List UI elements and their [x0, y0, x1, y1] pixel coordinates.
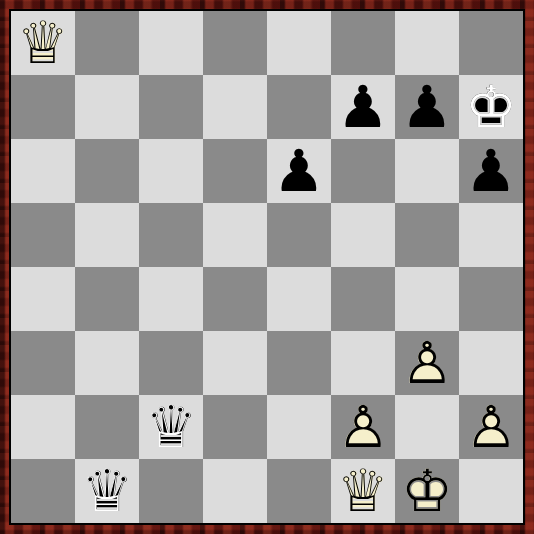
- square-d5[interactable]: [203, 203, 267, 267]
- white-pawn-outline-icon: ♙: [395, 331, 459, 395]
- square-b3[interactable]: [75, 331, 139, 395]
- square-g2[interactable]: [395, 395, 459, 459]
- square-d3[interactable]: [203, 331, 267, 395]
- black-queen-outline-icon: ♕: [75, 459, 139, 523]
- square-g4[interactable]: [395, 267, 459, 331]
- square-h1[interactable]: [459, 459, 523, 523]
- white-queen-outline-icon: ♕: [11, 11, 75, 75]
- white-pawn-f2[interactable]: ♟♙: [331, 395, 395, 459]
- square-c5[interactable]: [139, 203, 203, 267]
- black-pawn-icon: ♟: [459, 139, 523, 203]
- black-queen-c2[interactable]: ♛♕: [139, 395, 203, 459]
- square-d7[interactable]: [203, 75, 267, 139]
- square-g1[interactable]: ♚♔: [395, 459, 459, 523]
- square-h7[interactable]: ♚♔: [459, 75, 523, 139]
- square-d1[interactable]: [203, 459, 267, 523]
- square-h2[interactable]: ♟♙: [459, 395, 523, 459]
- square-g7[interactable]: ♟: [395, 75, 459, 139]
- square-a2[interactable]: [11, 395, 75, 459]
- square-h3[interactable]: [459, 331, 523, 395]
- black-king-outline-icon: ♔: [459, 75, 523, 139]
- board-frame: ♛♕♟♟♚♔♟♟♟♙♛♕♟♙♟♙♛♕♛♕♚♔: [0, 0, 534, 534]
- black-pawn-icon: ♟: [267, 139, 331, 203]
- square-f6[interactable]: [331, 139, 395, 203]
- square-f1[interactable]: ♛♕: [331, 459, 395, 523]
- white-pawn-outline-icon: ♙: [459, 395, 523, 459]
- square-e1[interactable]: [267, 459, 331, 523]
- square-a5[interactable]: [11, 203, 75, 267]
- square-d2[interactable]: [203, 395, 267, 459]
- square-e6[interactable]: ♟: [267, 139, 331, 203]
- square-c2[interactable]: ♛♕: [139, 395, 203, 459]
- black-pawn-icon: ♟: [331, 75, 395, 139]
- white-pawn-outline-icon: ♙: [331, 395, 395, 459]
- black-pawn-g7[interactable]: ♟: [395, 75, 459, 139]
- square-b4[interactable]: [75, 267, 139, 331]
- square-f5[interactable]: [331, 203, 395, 267]
- square-a6[interactable]: [11, 139, 75, 203]
- black-king-h7[interactable]: ♚♔: [459, 75, 523, 139]
- square-e3[interactable]: [267, 331, 331, 395]
- white-pawn-g3[interactable]: ♟♙: [395, 331, 459, 395]
- square-e7[interactable]: [267, 75, 331, 139]
- square-a8[interactable]: ♛♕: [11, 11, 75, 75]
- square-b8[interactable]: [75, 11, 139, 75]
- black-queen-b1[interactable]: ♛♕: [75, 459, 139, 523]
- square-c3[interactable]: [139, 331, 203, 395]
- square-c8[interactable]: [139, 11, 203, 75]
- black-pawn-h6[interactable]: ♟: [459, 139, 523, 203]
- square-c4[interactable]: [139, 267, 203, 331]
- square-g8[interactable]: [395, 11, 459, 75]
- square-b1[interactable]: ♛♕: [75, 459, 139, 523]
- white-king-outline-icon: ♔: [395, 459, 459, 523]
- chess-board: ♛♕♟♟♚♔♟♟♟♙♛♕♟♙♟♙♛♕♛♕♚♔: [11, 11, 523, 523]
- square-a7[interactable]: [11, 75, 75, 139]
- square-g5[interactable]: [395, 203, 459, 267]
- square-a3[interactable]: [11, 331, 75, 395]
- square-f7[interactable]: ♟: [331, 75, 395, 139]
- black-queen-outline-icon: ♕: [139, 395, 203, 459]
- square-f4[interactable]: [331, 267, 395, 331]
- square-f8[interactable]: [331, 11, 395, 75]
- white-queen-a8[interactable]: ♛♕: [11, 11, 75, 75]
- square-h5[interactable]: [459, 203, 523, 267]
- square-h8[interactable]: [459, 11, 523, 75]
- square-d8[interactable]: [203, 11, 267, 75]
- square-d6[interactable]: [203, 139, 267, 203]
- square-h6[interactable]: ♟: [459, 139, 523, 203]
- square-b6[interactable]: [75, 139, 139, 203]
- white-pawn-h2[interactable]: ♟♙: [459, 395, 523, 459]
- white-king-g1[interactable]: ♚♔: [395, 459, 459, 523]
- square-b5[interactable]: [75, 203, 139, 267]
- square-b2[interactable]: [75, 395, 139, 459]
- square-g6[interactable]: [395, 139, 459, 203]
- black-pawn-f7[interactable]: ♟: [331, 75, 395, 139]
- square-c1[interactable]: [139, 459, 203, 523]
- square-a4[interactable]: [11, 267, 75, 331]
- square-f3[interactable]: [331, 331, 395, 395]
- square-a1[interactable]: [11, 459, 75, 523]
- square-g3[interactable]: ♟♙: [395, 331, 459, 395]
- square-f2[interactable]: ♟♙: [331, 395, 395, 459]
- square-e2[interactable]: [267, 395, 331, 459]
- white-queen-outline-icon: ♕: [331, 459, 395, 523]
- square-c6[interactable]: [139, 139, 203, 203]
- square-c7[interactable]: [139, 75, 203, 139]
- square-e4[interactable]: [267, 267, 331, 331]
- square-b7[interactable]: [75, 75, 139, 139]
- white-queen-f1[interactable]: ♛♕: [331, 459, 395, 523]
- square-h4[interactable]: [459, 267, 523, 331]
- square-d4[interactable]: [203, 267, 267, 331]
- black-pawn-e6[interactable]: ♟: [267, 139, 331, 203]
- black-pawn-icon: ♟: [395, 75, 459, 139]
- board-edge-line: ♛♕♟♟♚♔♟♟♟♙♛♕♟♙♟♙♛♕♛♕♚♔: [9, 9, 525, 525]
- square-e8[interactable]: [267, 11, 331, 75]
- square-e5[interactable]: [267, 203, 331, 267]
